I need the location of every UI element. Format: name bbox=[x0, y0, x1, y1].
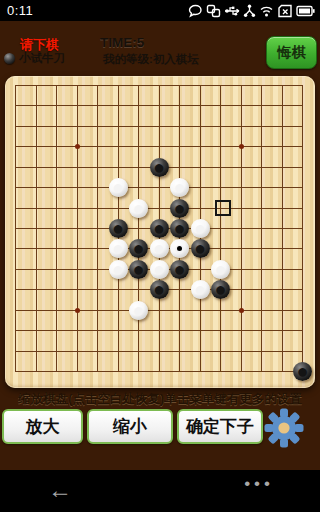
player-row: 小试牛刀 bbox=[4, 51, 65, 66]
star-point bbox=[239, 308, 244, 313]
zoom-in-button[interactable]: 放大 bbox=[2, 409, 83, 444]
clock-text: 0:11 bbox=[7, 3, 33, 18]
sim-card-x-icon bbox=[277, 4, 293, 18]
black-stone: ● bbox=[170, 219, 189, 238]
white-stone: ● bbox=[170, 178, 189, 197]
white-stone: ● bbox=[150, 239, 169, 258]
black-stone: ● bbox=[293, 362, 312, 381]
black-stone: ● bbox=[150, 280, 169, 299]
battery-icon bbox=[296, 4, 315, 18]
button-row: 放大 缩小 确定下子 bbox=[2, 409, 263, 444]
black-stone: ● bbox=[129, 260, 148, 279]
status-icons bbox=[188, 4, 315, 18]
app-screen: 0:11 请下棋 TIME:5 小试牛刀 我的等级:初入棋坛 悔棋 ●●●●●●… bbox=[0, 0, 320, 512]
white-stone: ● bbox=[109, 260, 128, 279]
star-point bbox=[75, 144, 80, 149]
zoom-out-button[interactable]: 缩小 bbox=[87, 409, 173, 444]
back-arrow-icon[interactable]: ← bbox=[48, 476, 72, 504]
share-icon bbox=[243, 4, 256, 18]
black-stone: ● bbox=[170, 260, 189, 279]
nav-bar: ← ••• bbox=[0, 470, 320, 512]
white-stone: ● bbox=[129, 199, 148, 218]
settings-gear-icon[interactable] bbox=[264, 408, 304, 448]
black-stone: ● bbox=[150, 219, 169, 238]
white-stone: ● bbox=[129, 301, 148, 320]
white-stone: ● bbox=[191, 280, 210, 299]
rank-label: 我的等级:初入棋坛 bbox=[103, 52, 199, 67]
undo-button[interactable]: 悔棋 bbox=[266, 36, 317, 69]
black-stone: ● bbox=[150, 158, 169, 177]
move-cursor-square[interactable] bbox=[215, 200, 231, 216]
confirm-move-button[interactable]: 确定下子 bbox=[177, 409, 263, 444]
menu-dots-icon[interactable]: ••• bbox=[244, 474, 274, 494]
white-stone: ● bbox=[170, 239, 189, 258]
timer-text: TIME:5 bbox=[100, 35, 144, 50]
white-stone: ● bbox=[191, 219, 210, 238]
title-bar: 请下棋 TIME:5 小试牛刀 我的等级:初入棋坛 悔棋 bbox=[0, 21, 320, 76]
chat-bubble-icon bbox=[188, 4, 203, 18]
hint-text: 缩放棋盘(点击空白处恢复)单击菜单键有更多的设置 bbox=[0, 391, 320, 408]
black-stone: ● bbox=[109, 219, 128, 238]
status-bar: 0:11 bbox=[0, 0, 320, 21]
star-point bbox=[75, 308, 80, 313]
star-point bbox=[239, 144, 244, 149]
player-title: 小试牛刀 bbox=[19, 51, 65, 66]
black-stone-icon bbox=[4, 53, 15, 64]
white-stone: ● bbox=[211, 260, 230, 279]
white-stone: ● bbox=[109, 239, 128, 258]
black-stone: ● bbox=[191, 239, 210, 258]
overlapping-squares-icon bbox=[206, 4, 221, 18]
usb-icon bbox=[224, 4, 240, 18]
black-stone: ● bbox=[129, 239, 148, 258]
board[interactable]: ●●●●●●●●●●●●●●●●●●●●●●●● bbox=[5, 76, 315, 388]
black-stone: ● bbox=[211, 280, 230, 299]
white-stone: ● bbox=[109, 178, 128, 197]
white-stone: ● bbox=[150, 260, 169, 279]
black-stone: ● bbox=[170, 199, 189, 218]
wifi-icon bbox=[259, 4, 274, 18]
